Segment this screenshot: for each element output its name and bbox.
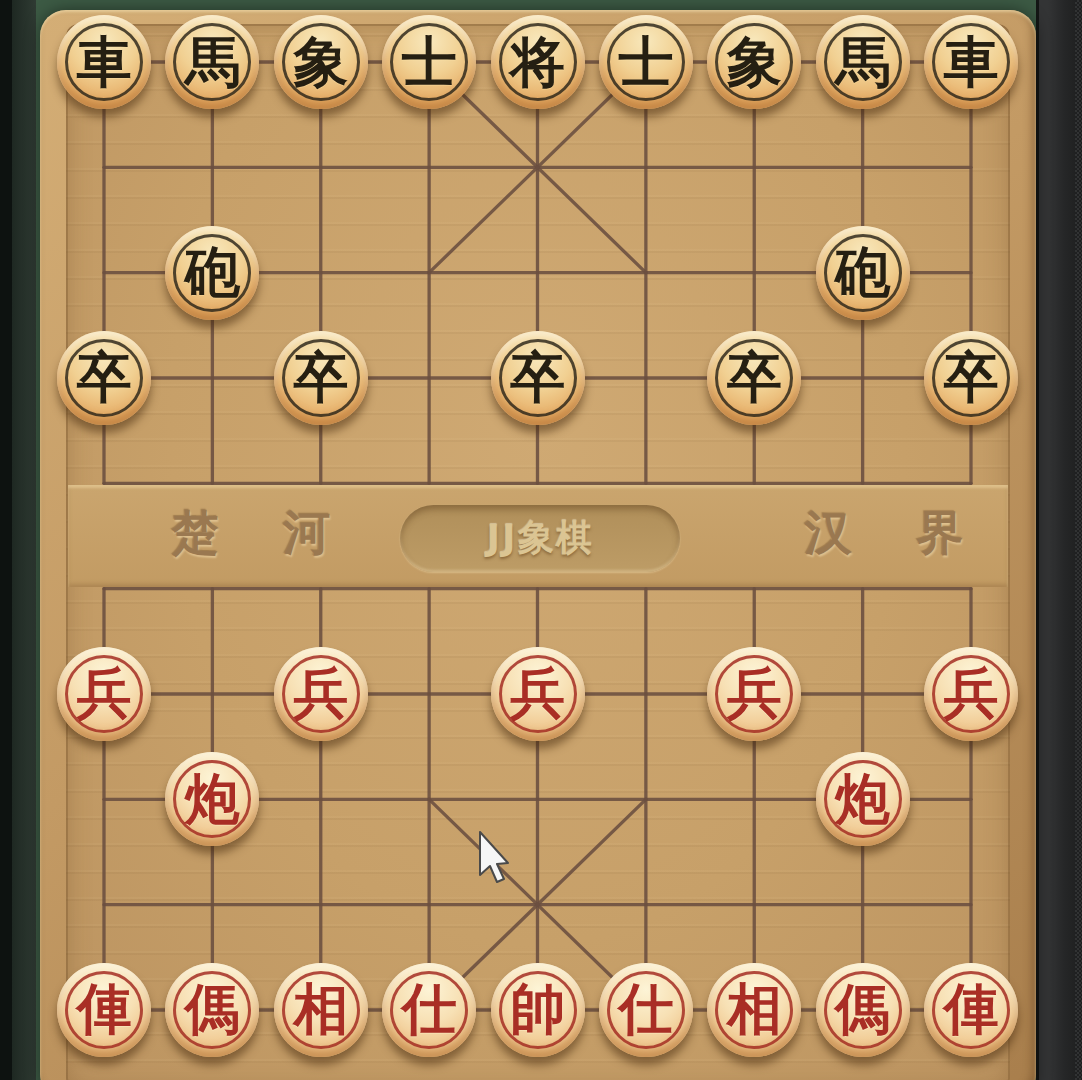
piece-glyph: 俥: [77, 982, 132, 1037]
piece-glyph: 兵: [727, 666, 782, 721]
piece-black-elephant[interactable]: 象: [707, 15, 801, 109]
piece-glyph: 士: [402, 35, 457, 90]
piece-red-advisor[interactable]: 仕: [599, 963, 693, 1057]
piece-red-chariot[interactable]: 俥: [57, 963, 151, 1057]
piece-black-soldier[interactable]: 卒: [707, 331, 801, 425]
piece-glyph: 象: [727, 35, 782, 90]
piece-black-advisor[interactable]: 士: [599, 15, 693, 109]
piece-red-elephant[interactable]: 相: [274, 963, 368, 1057]
piece-red-advisor[interactable]: 仕: [382, 963, 476, 1057]
piece-red-general[interactable]: 帥: [491, 963, 585, 1057]
piece-glyph: 砲: [835, 245, 890, 300]
piece-glyph: 象: [293, 35, 348, 90]
xiangqi-board: 楚 河 汉 界 JJ象棋 車馬象士将士象馬車砲砲卒卒卒卒卒兵兵兵兵兵炮炮俥傌相仕…: [40, 10, 1036, 1080]
piece-black-soldier[interactable]: 卒: [57, 331, 151, 425]
piece-red-soldier[interactable]: 兵: [491, 647, 585, 741]
piece-glyph: 卒: [293, 350, 348, 405]
piece-glyph: 馬: [835, 35, 890, 90]
piece-red-horse[interactable]: 傌: [165, 963, 259, 1057]
piece-glyph: 車: [77, 35, 132, 90]
piece-glyph: 炮: [185, 772, 240, 827]
piece-black-chariot[interactable]: 車: [57, 15, 151, 109]
piece-glyph: 馬: [185, 35, 240, 90]
piece-red-soldier[interactable]: 兵: [57, 647, 151, 741]
piece-red-soldier[interactable]: 兵: [274, 647, 368, 741]
piece-black-cannon[interactable]: 砲: [165, 226, 259, 320]
piece-red-cannon[interactable]: 炮: [165, 752, 259, 846]
pieces-layer: 車馬象士将士象馬車砲砲卒卒卒卒卒兵兵兵兵兵炮炮俥傌相仕帥仕相傌俥: [40, 10, 1036, 1080]
piece-red-soldier[interactable]: 兵: [924, 647, 1018, 741]
left-dark-strip: [0, 0, 12, 1080]
piece-glyph: 仕: [402, 982, 457, 1037]
piece-glyph: 卒: [77, 350, 132, 405]
piece-red-cannon[interactable]: 炮: [816, 752, 910, 846]
piece-glyph: 車: [944, 35, 999, 90]
piece-glyph: 砲: [185, 245, 240, 300]
piece-glyph: 卒: [727, 350, 782, 405]
piece-glyph: 兵: [293, 666, 348, 721]
piece-glyph: 兵: [77, 666, 132, 721]
piece-black-soldier[interactable]: 卒: [924, 331, 1018, 425]
piece-glyph: 卒: [944, 350, 999, 405]
piece-red-chariot[interactable]: 俥: [924, 963, 1018, 1057]
piece-glyph: 相: [727, 982, 782, 1037]
piece-black-horse[interactable]: 馬: [165, 15, 259, 109]
piece-glyph: 相: [293, 982, 348, 1037]
left-side-band: [12, 0, 36, 1080]
piece-black-cannon[interactable]: 砲: [816, 226, 910, 320]
piece-red-soldier[interactable]: 兵: [707, 647, 801, 741]
game-screen: 楚 河 汉 界 JJ象棋 車馬象士将士象馬車砲砲卒卒卒卒卒兵兵兵兵兵炮炮俥傌相仕…: [0, 0, 1082, 1080]
piece-black-soldier[interactable]: 卒: [491, 331, 585, 425]
piece-red-elephant[interactable]: 相: [707, 963, 801, 1057]
piece-glyph: 兵: [944, 666, 999, 721]
piece-glyph: 帥: [510, 982, 565, 1037]
piece-black-advisor[interactable]: 士: [382, 15, 476, 109]
piece-glyph: 傌: [835, 982, 890, 1037]
piece-black-elephant[interactable]: 象: [274, 15, 368, 109]
piece-black-chariot[interactable]: 車: [924, 15, 1018, 109]
piece-black-horse[interactable]: 馬: [816, 15, 910, 109]
piece-glyph: 傌: [185, 982, 240, 1037]
piece-black-general[interactable]: 将: [491, 15, 585, 109]
piece-glyph: 炮: [835, 772, 890, 827]
piece-glyph: 将: [510, 35, 565, 90]
piece-glyph: 俥: [944, 982, 999, 1037]
piece-glyph: 士: [618, 35, 673, 90]
piece-red-horse[interactable]: 傌: [816, 963, 910, 1057]
piece-black-soldier[interactable]: 卒: [274, 331, 368, 425]
piece-glyph: 卒: [510, 350, 565, 405]
piece-glyph: 仕: [618, 982, 673, 1037]
piece-glyph: 兵: [510, 666, 565, 721]
